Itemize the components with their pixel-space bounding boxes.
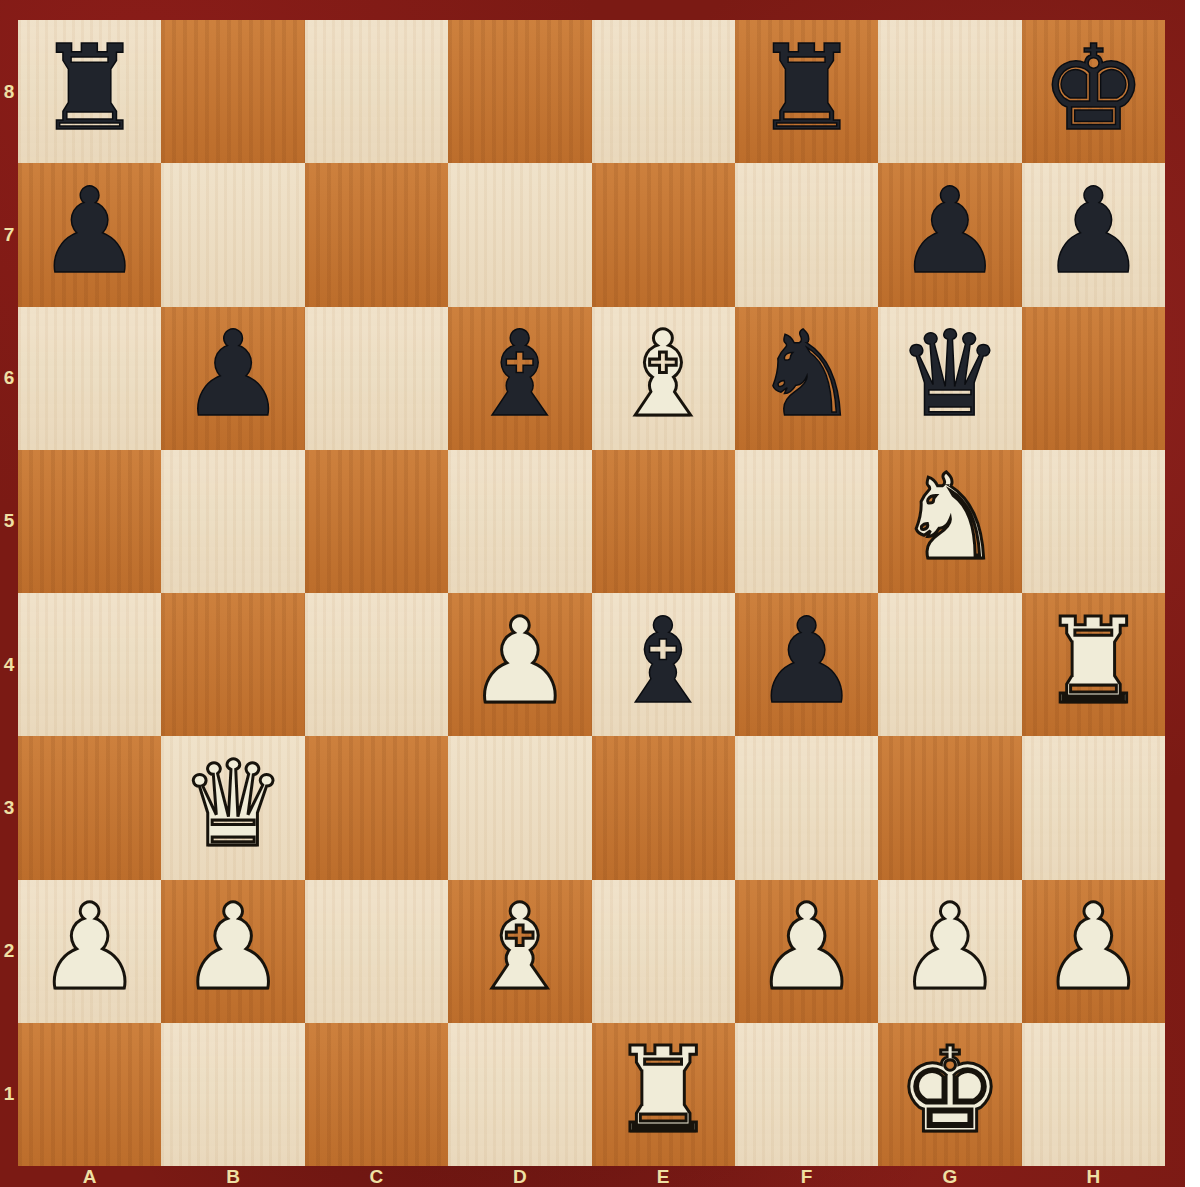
square-f3[interactable] xyxy=(735,736,878,879)
square-d2[interactable]: ♝ xyxy=(448,880,591,1023)
square-b6[interactable]: ♟ xyxy=(161,307,304,450)
file-labels: ABCDEFGH xyxy=(18,1166,1165,1187)
file-label-h: H xyxy=(1022,1166,1165,1187)
square-g2[interactable]: ♟ xyxy=(878,880,1021,1023)
file-label-g: G xyxy=(878,1166,1021,1187)
white-pawn[interactable]: ♟ xyxy=(1040,888,1146,1006)
square-c7[interactable] xyxy=(305,163,448,306)
black-pawn[interactable]: ♟ xyxy=(897,172,1003,290)
black-bishop[interactable]: ♝ xyxy=(467,315,573,433)
white-pawn[interactable]: ♟ xyxy=(37,888,143,1006)
square-c8[interactable] xyxy=(305,20,448,163)
square-c4[interactable] xyxy=(305,593,448,736)
square-g6[interactable]: ♛ xyxy=(878,307,1021,450)
file-label-b: B xyxy=(161,1166,304,1187)
square-g3[interactable] xyxy=(878,736,1021,879)
square-e7[interactable] xyxy=(592,163,735,306)
white-bishop[interactable]: ♝ xyxy=(467,888,573,1006)
square-b4[interactable] xyxy=(161,593,304,736)
square-c2[interactable] xyxy=(305,880,448,1023)
square-e3[interactable] xyxy=(592,736,735,879)
square-c6[interactable] xyxy=(305,307,448,450)
square-f1[interactable] xyxy=(735,1023,878,1166)
rank-label-8: 8 xyxy=(0,20,18,163)
square-f6[interactable]: ♞ xyxy=(735,307,878,450)
square-f4[interactable]: ♟ xyxy=(735,593,878,736)
square-b2[interactable]: ♟ xyxy=(161,880,304,1023)
square-g5[interactable]: ♞ xyxy=(878,450,1021,593)
screenshot-canvas: ♜♜♚♟♟♟♟♝♝♞♛♞♟♝♟♜♛♟♟♝♟♟♟♜♚ 87654321 ABCDE… xyxy=(0,0,1200,1187)
white-queen[interactable]: ♛ xyxy=(180,745,286,863)
file-label-f: F xyxy=(735,1166,878,1187)
square-d1[interactable] xyxy=(448,1023,591,1166)
square-g1[interactable]: ♚ xyxy=(878,1023,1021,1166)
square-f5[interactable] xyxy=(735,450,878,593)
black-rook[interactable]: ♜ xyxy=(37,29,143,147)
square-h3[interactable] xyxy=(1022,736,1165,879)
square-b1[interactable] xyxy=(161,1023,304,1166)
chess-board: ♜♜♚♟♟♟♟♝♝♞♛♞♟♝♟♜♛♟♟♝♟♟♟♜♚ xyxy=(18,20,1165,1166)
square-g7[interactable]: ♟ xyxy=(878,163,1021,306)
white-bishop[interactable]: ♝ xyxy=(610,315,716,433)
square-d6[interactable]: ♝ xyxy=(448,307,591,450)
square-d7[interactable] xyxy=(448,163,591,306)
rank-label-4: 4 xyxy=(0,593,18,736)
square-f7[interactable] xyxy=(735,163,878,306)
square-d5[interactable] xyxy=(448,450,591,593)
rank-labels: 87654321 xyxy=(0,20,18,1166)
square-h6[interactable] xyxy=(1022,307,1165,450)
square-a8[interactable]: ♜ xyxy=(18,20,161,163)
square-b3[interactable]: ♛ xyxy=(161,736,304,879)
square-h8[interactable]: ♚ xyxy=(1022,20,1165,163)
square-c1[interactable] xyxy=(305,1023,448,1166)
file-label-c: C xyxy=(305,1166,448,1187)
rank-label-1: 1 xyxy=(0,1023,18,1166)
black-queen[interactable]: ♛ xyxy=(897,315,1003,433)
square-c3[interactable] xyxy=(305,736,448,879)
square-a4[interactable] xyxy=(18,593,161,736)
rank-label-6: 6 xyxy=(0,307,18,450)
file-label-d: D xyxy=(448,1166,591,1187)
file-label-a: A xyxy=(18,1166,161,1187)
black-rook[interactable]: ♜ xyxy=(754,29,860,147)
board-frame: ♜♜♚♟♟♟♟♝♝♞♛♞♟♝♟♜♛♟♟♝♟♟♟♜♚ 87654321 ABCDE… xyxy=(0,0,1185,1187)
square-e4[interactable]: ♝ xyxy=(592,593,735,736)
square-g8[interactable] xyxy=(878,20,1021,163)
white-pawn[interactable]: ♟ xyxy=(180,888,286,1006)
black-pawn[interactable]: ♟ xyxy=(754,602,860,720)
square-e8[interactable] xyxy=(592,20,735,163)
white-rook[interactable]: ♜ xyxy=(1040,602,1146,720)
rank-label-7: 7 xyxy=(0,163,18,306)
square-f2[interactable]: ♟ xyxy=(735,880,878,1023)
file-label-e: E xyxy=(592,1166,735,1187)
square-a6[interactable] xyxy=(18,307,161,450)
square-a1[interactable] xyxy=(18,1023,161,1166)
black-pawn[interactable]: ♟ xyxy=(1040,172,1146,290)
square-e6[interactable]: ♝ xyxy=(592,307,735,450)
white-pawn[interactable]: ♟ xyxy=(467,602,573,720)
square-a7[interactable]: ♟ xyxy=(18,163,161,306)
square-a3[interactable] xyxy=(18,736,161,879)
square-f8[interactable]: ♜ xyxy=(735,20,878,163)
rank-label-5: 5 xyxy=(0,450,18,593)
page-right-margin xyxy=(1185,0,1200,1187)
white-pawn[interactable]: ♟ xyxy=(897,888,1003,1006)
square-b8[interactable] xyxy=(161,20,304,163)
square-a5[interactable] xyxy=(18,450,161,593)
white-knight[interactable]: ♞ xyxy=(897,458,1003,576)
square-g4[interactable] xyxy=(878,593,1021,736)
black-pawn[interactable]: ♟ xyxy=(37,172,143,290)
square-e1[interactable]: ♜ xyxy=(592,1023,735,1166)
square-h1[interactable] xyxy=(1022,1023,1165,1166)
square-d3[interactable] xyxy=(448,736,591,879)
square-h4[interactable]: ♜ xyxy=(1022,593,1165,736)
square-b5[interactable] xyxy=(161,450,304,593)
black-bishop[interactable]: ♝ xyxy=(610,602,716,720)
square-e2[interactable] xyxy=(592,880,735,1023)
white-pawn[interactable]: ♟ xyxy=(754,888,860,1006)
white-rook[interactable]: ♜ xyxy=(610,1031,716,1149)
square-h2[interactable]: ♟ xyxy=(1022,880,1165,1023)
square-a2[interactable]: ♟ xyxy=(18,880,161,1023)
square-e5[interactable] xyxy=(592,450,735,593)
square-b7[interactable] xyxy=(161,163,304,306)
black-pawn[interactable]: ♟ xyxy=(180,315,286,433)
square-h7[interactable]: ♟ xyxy=(1022,163,1165,306)
rank-label-3: 3 xyxy=(0,736,18,879)
square-h5[interactable] xyxy=(1022,450,1165,593)
square-c5[interactable] xyxy=(305,450,448,593)
square-d4[interactable]: ♟ xyxy=(448,593,591,736)
black-knight[interactable]: ♞ xyxy=(754,315,860,433)
white-king[interactable]: ♚ xyxy=(897,1031,1003,1149)
rank-label-2: 2 xyxy=(0,880,18,1023)
square-d8[interactable] xyxy=(448,20,591,163)
black-king[interactable]: ♚ xyxy=(1040,29,1146,147)
